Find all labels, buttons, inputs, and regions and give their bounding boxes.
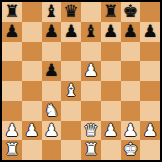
square-b6[interactable] xyxy=(22,42,42,62)
square-c3[interactable]: ♞ xyxy=(42,101,62,121)
white-king[interactable]: ♚ xyxy=(123,140,138,160)
white-pawn[interactable]: ♟ xyxy=(4,121,19,141)
square-a2[interactable]: ♟ xyxy=(2,121,22,141)
square-c5[interactable]: ♟ xyxy=(42,61,62,81)
square-a6[interactable] xyxy=(2,42,22,62)
black-pawn[interactable]: ♟ xyxy=(103,22,118,42)
square-a1[interactable]: ♜ xyxy=(2,140,22,160)
square-h8[interactable] xyxy=(140,2,160,22)
square-c8[interactable]: ♝ xyxy=(42,2,62,22)
square-h6[interactable] xyxy=(140,42,160,62)
square-d4[interactable]: ♝ xyxy=(61,81,81,101)
black-queen[interactable]: ♛ xyxy=(64,2,79,22)
square-a4[interactable] xyxy=(2,81,22,101)
black-rook[interactable]: ♜ xyxy=(103,2,118,22)
square-e7[interactable]: ♝ xyxy=(81,22,101,42)
square-b5[interactable] xyxy=(22,61,42,81)
square-f7[interactable]: ♟ xyxy=(101,22,121,42)
square-d3[interactable] xyxy=(61,101,81,121)
black-bishop[interactable]: ♝ xyxy=(83,22,98,42)
black-pawn[interactable]: ♟ xyxy=(4,22,19,42)
square-h3[interactable] xyxy=(140,101,160,121)
white-pawn[interactable]: ♟ xyxy=(103,121,118,141)
white-rook[interactable]: ♜ xyxy=(4,140,19,160)
square-e5[interactable]: ♟ xyxy=(81,61,101,81)
white-pawn[interactable]: ♟ xyxy=(123,121,138,141)
square-h5[interactable] xyxy=(140,61,160,81)
square-g5[interactable] xyxy=(121,61,141,81)
square-d6[interactable] xyxy=(61,42,81,62)
white-bishop[interactable]: ♝ xyxy=(64,81,79,101)
square-h4[interactable] xyxy=(140,81,160,101)
square-b8[interactable] xyxy=(22,2,42,22)
square-a8[interactable]: ♜ xyxy=(2,2,22,22)
square-c2[interactable]: ♟ xyxy=(42,121,62,141)
square-h2[interactable]: ♟ xyxy=(140,121,160,141)
square-b2[interactable]: ♟ xyxy=(22,121,42,141)
black-pawn[interactable]: ♟ xyxy=(143,22,158,42)
black-pawn[interactable]: ♟ xyxy=(64,22,79,42)
square-f2[interactable]: ♟ xyxy=(101,121,121,141)
square-f6[interactable] xyxy=(101,42,121,62)
chess-board-frame: ♜♝♛♜♚♟♟♟♝♟♟♟♟♟♝♞♟♟♟♛♟♟♟♜♜♚ xyxy=(0,0,162,162)
square-c4[interactable] xyxy=(42,81,62,101)
white-pawn[interactable]: ♟ xyxy=(44,121,59,141)
square-e3[interactable] xyxy=(81,101,101,121)
square-f3[interactable] xyxy=(101,101,121,121)
black-pawn[interactable]: ♟ xyxy=(123,22,138,42)
square-b3[interactable] xyxy=(22,101,42,121)
square-f1[interactable] xyxy=(101,140,121,160)
square-g1[interactable]: ♚ xyxy=(121,140,141,160)
square-f5[interactable] xyxy=(101,61,121,81)
square-d2[interactable] xyxy=(61,121,81,141)
square-a3[interactable] xyxy=(2,101,22,121)
square-d1[interactable] xyxy=(61,140,81,160)
black-pawn[interactable]: ♟ xyxy=(44,61,59,81)
white-rook[interactable]: ♜ xyxy=(83,140,98,160)
square-e8[interactable] xyxy=(81,2,101,22)
square-g7[interactable]: ♟ xyxy=(121,22,141,42)
square-f8[interactable]: ♜ xyxy=(101,2,121,22)
square-c1[interactable] xyxy=(42,140,62,160)
square-b4[interactable] xyxy=(22,81,42,101)
square-g3[interactable] xyxy=(121,101,141,121)
square-b1[interactable] xyxy=(22,140,42,160)
black-bishop[interactable]: ♝ xyxy=(44,2,59,22)
white-knight[interactable]: ♞ xyxy=(44,101,59,121)
white-pawn[interactable]: ♟ xyxy=(24,121,39,141)
square-b7[interactable] xyxy=(22,22,42,42)
black-rook[interactable]: ♜ xyxy=(4,2,19,22)
chess-board: ♜♝♛♜♚♟♟♟♝♟♟♟♟♟♝♞♟♟♟♛♟♟♟♜♜♚ xyxy=(2,2,160,160)
white-queen[interactable]: ♛ xyxy=(83,121,98,141)
square-g2[interactable]: ♟ xyxy=(121,121,141,141)
black-pawn[interactable]: ♟ xyxy=(44,22,59,42)
square-e1[interactable]: ♜ xyxy=(81,140,101,160)
square-a7[interactable]: ♟ xyxy=(2,22,22,42)
white-pawn[interactable]: ♟ xyxy=(83,61,98,81)
white-pawn[interactable]: ♟ xyxy=(143,121,158,141)
square-e6[interactable] xyxy=(81,42,101,62)
square-c6[interactable] xyxy=(42,42,62,62)
square-f4[interactable] xyxy=(101,81,121,101)
square-h7[interactable]: ♟ xyxy=(140,22,160,42)
black-king[interactable]: ♚ xyxy=(123,2,138,22)
square-d7[interactable]: ♟ xyxy=(61,22,81,42)
square-a5[interactable] xyxy=(2,61,22,81)
square-h1[interactable] xyxy=(140,140,160,160)
square-e4[interactable] xyxy=(81,81,101,101)
square-g8[interactable]: ♚ xyxy=(121,2,141,22)
square-g4[interactable] xyxy=(121,81,141,101)
square-d8[interactable]: ♛ xyxy=(61,2,81,22)
square-c7[interactable]: ♟ xyxy=(42,22,62,42)
square-e2[interactable]: ♛ xyxy=(81,121,101,141)
square-d5[interactable] xyxy=(61,61,81,81)
square-g6[interactable] xyxy=(121,42,141,62)
